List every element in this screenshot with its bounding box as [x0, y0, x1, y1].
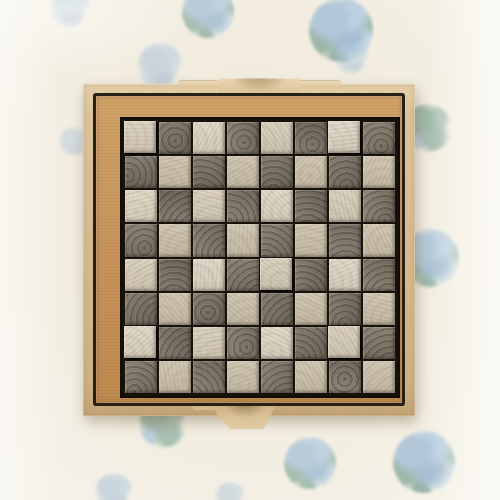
board-square-b4	[159, 259, 191, 291]
board-square-c1	[193, 361, 225, 393]
board-square-d3	[227, 293, 259, 325]
board-square-e6	[261, 190, 293, 222]
board-square-b1	[159, 361, 191, 393]
board-square-e1	[261, 361, 293, 393]
wooden-box	[83, 84, 415, 416]
board-square-b3	[159, 293, 191, 325]
flower-print	[309, 0, 373, 62]
board-square-c6	[193, 190, 225, 222]
board-square-d6	[227, 190, 259, 222]
board-square-c5	[193, 224, 225, 256]
board-square-f7	[295, 156, 327, 188]
flower-print	[335, 41, 369, 75]
board-square-e3	[261, 293, 293, 325]
lid-inner-frame	[96, 96, 402, 403]
board-square-b6	[159, 190, 191, 222]
board-square-b2	[159, 327, 191, 359]
board-square-h6	[363, 190, 395, 222]
board-square-g7	[329, 156, 361, 188]
board-square-d1	[227, 361, 259, 393]
board-square-h5	[363, 224, 395, 256]
flower-print	[137, 43, 183, 89]
board-square-d7	[227, 156, 259, 188]
board-square-c7	[193, 156, 225, 188]
board-square-c8	[193, 122, 225, 154]
board-square-e4	[260, 258, 292, 290]
board-square-c3	[193, 293, 225, 325]
flower-print	[182, 0, 234, 38]
board-square-h8	[363, 122, 395, 154]
board-square-e2	[261, 327, 293, 359]
board-square-f2	[295, 327, 327, 359]
board-square-a7	[125, 156, 157, 188]
board-square-e7	[261, 156, 293, 188]
board-square-g1	[329, 361, 361, 393]
board-square-h3	[363, 293, 395, 325]
flower-print	[215, 482, 245, 500]
board-square-d5	[227, 224, 259, 256]
board-square-f6	[295, 190, 327, 222]
flower-print	[50, 0, 90, 28]
flower-print	[284, 437, 336, 489]
board-square-e5	[261, 224, 293, 256]
board-square-d8	[227, 122, 259, 154]
lid-shoulder-right	[299, 81, 341, 88]
board-square-g6	[329, 190, 361, 222]
board-square-g8	[328, 121, 360, 153]
board-square-a8	[124, 121, 156, 153]
lid-shoulder-left	[179, 81, 219, 88]
photo	[0, 0, 500, 500]
board-square-g2	[328, 326, 360, 358]
board-square-f8	[295, 122, 327, 154]
board-square-f5	[295, 224, 327, 256]
board-square-h2	[363, 327, 395, 359]
board-square-a4	[125, 259, 157, 291]
board-square-b5	[159, 224, 191, 256]
board-square-g5	[329, 224, 361, 256]
board-square-a3	[125, 293, 157, 325]
board-square-f1	[295, 361, 327, 393]
board-square-c2	[193, 327, 225, 359]
board-square-g3	[329, 293, 361, 325]
board-square-d4	[227, 259, 259, 291]
board-square-a5	[125, 224, 157, 256]
board-square-b8	[159, 122, 191, 154]
game-board	[122, 119, 398, 396]
board-square-h7	[363, 156, 395, 188]
board-square-a1	[125, 361, 157, 393]
flower-print	[393, 431, 455, 493]
board-square-g4	[329, 259, 361, 291]
board-square-d2	[227, 327, 259, 359]
board-square-h1	[363, 361, 395, 393]
board-square-f4	[295, 259, 327, 291]
board-square-b7	[159, 156, 191, 188]
board-square-c4	[193, 259, 225, 291]
board-square-a2	[124, 326, 156, 358]
board-square-f3	[295, 293, 327, 325]
board-square-h4	[363, 259, 395, 291]
board-square-a6	[125, 190, 157, 222]
board-square-e8	[261, 122, 293, 154]
flower-print	[95, 473, 133, 500]
